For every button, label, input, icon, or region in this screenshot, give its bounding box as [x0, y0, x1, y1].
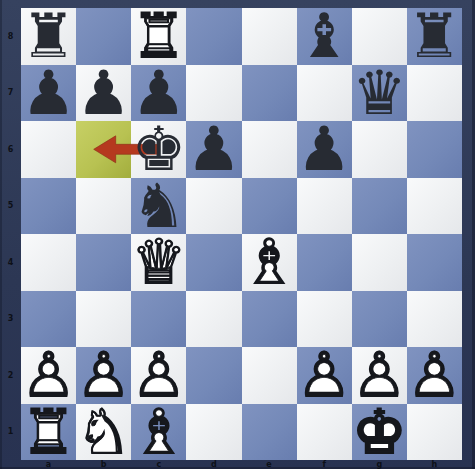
- square-f8[interactable]: ♝: [297, 8, 352, 65]
- piece-solid: ♜: [407, 8, 462, 64]
- square-e2[interactable]: [242, 347, 297, 404]
- square-c1[interactable]: ♝♗: [131, 404, 186, 461]
- square-e7[interactable]: [242, 65, 297, 122]
- square-d3[interactable]: [186, 291, 241, 348]
- square-b1[interactable]: ♞♘: [76, 404, 131, 461]
- piece-outline: ♙: [131, 347, 186, 403]
- white-king-g1-icon[interactable]: ♚♔: [352, 404, 407, 460]
- rank-label-1: 1: [0, 404, 21, 461]
- square-g4[interactable]: [352, 234, 407, 291]
- square-d4[interactable]: [186, 234, 241, 291]
- square-b6[interactable]: [76, 121, 131, 178]
- white-pawn-c2-icon[interactable]: ♟♙: [131, 347, 186, 403]
- square-e1[interactable]: [242, 404, 297, 461]
- square-e8[interactable]: [242, 8, 297, 65]
- square-b4[interactable]: [76, 234, 131, 291]
- piece-outline: ♖: [21, 404, 76, 460]
- white-pawn-g2-icon[interactable]: ♟♙: [352, 347, 407, 403]
- black-king-c6-icon[interactable]: ♚: [131, 121, 186, 177]
- square-h1[interactable]: [407, 404, 462, 461]
- white-knight-b1-icon[interactable]: ♞♘: [76, 404, 131, 460]
- square-a6[interactable]: [21, 121, 76, 178]
- piece-outline: ♙: [297, 347, 352, 403]
- chess-board-frame: 87654321 ♜♜♖♝♜♟♟♟♛♚♟♟♞♛♕♝♗♟♙♟♙♟♙♟♙♟♙♟♙♜♖…: [0, 0, 475, 469]
- square-b5[interactable]: [76, 178, 131, 235]
- white-queen-c4-icon[interactable]: ♛♕: [131, 234, 186, 290]
- white-rook-a1-icon[interactable]: ♜♖: [21, 404, 76, 460]
- piece-solid: ♝: [297, 8, 352, 64]
- piece-outline: ♙: [352, 347, 407, 403]
- file-label-h: h: [407, 459, 462, 469]
- white-bishop-e4-icon[interactable]: ♝♗: [242, 234, 297, 290]
- square-e3[interactable]: [242, 291, 297, 348]
- white-pawn-a2-icon[interactable]: ♟♙: [21, 347, 76, 403]
- board: ♜♜♖♝♜♟♟♟♛♚♟♟♞♛♕♝♗♟♙♟♙♟♙♟♙♟♙♟♙♜♖♞♘♝♗♚♔: [21, 8, 462, 460]
- piece-outline: ♗: [131, 404, 186, 460]
- square-a7[interactable]: ♟: [21, 65, 76, 122]
- square-h4[interactable]: [407, 234, 462, 291]
- square-a4[interactable]: [21, 234, 76, 291]
- file-label-d: d: [186, 459, 241, 469]
- white-pawn-h2-icon[interactable]: ♟♙: [407, 347, 462, 403]
- white-bishop-c1-icon[interactable]: ♝♗: [131, 404, 186, 460]
- square-h5[interactable]: [407, 178, 462, 235]
- square-d5[interactable]: [186, 178, 241, 235]
- square-h2[interactable]: ♟♙: [407, 347, 462, 404]
- white-pawn-f2-icon[interactable]: ♟♙: [297, 347, 352, 403]
- square-a5[interactable]: [21, 178, 76, 235]
- piece-solid: ♟: [21, 65, 76, 121]
- square-a1[interactable]: ♜♖: [21, 404, 76, 461]
- piece-outline: ♗: [242, 234, 297, 290]
- piece-outline: ♘: [76, 404, 131, 460]
- rank-label-8: 8: [0, 8, 21, 65]
- square-d6[interactable]: ♟: [186, 121, 241, 178]
- piece-outline: ♙: [21, 347, 76, 403]
- rank-label-7: 7: [0, 65, 21, 122]
- square-h8[interactable]: ♜: [407, 8, 462, 65]
- piece-solid: ♟: [297, 121, 352, 177]
- piece-solid: ♟: [76, 65, 131, 121]
- square-f5[interactable]: [297, 178, 352, 235]
- file-label-e: e: [242, 459, 297, 469]
- square-f1[interactable]: [297, 404, 352, 461]
- white-pawn-b2-icon[interactable]: ♟♙: [76, 347, 131, 403]
- square-d2[interactable]: [186, 347, 241, 404]
- square-d8[interactable]: [186, 8, 241, 65]
- square-b7[interactable]: ♟: [76, 65, 131, 122]
- rank-label-3: 3: [0, 291, 21, 348]
- square-c4[interactable]: ♛♕: [131, 234, 186, 291]
- piece-outline: ♔: [352, 404, 407, 460]
- square-g1[interactable]: ♚♔: [352, 404, 407, 461]
- square-g7[interactable]: ♛: [352, 65, 407, 122]
- square-h6[interactable]: [407, 121, 462, 178]
- white-rook-c8-icon[interactable]: ♜♖: [131, 8, 186, 64]
- piece-outline: ♖: [131, 8, 186, 64]
- black-queen-g7-icon[interactable]: ♛: [352, 65, 407, 121]
- square-h7[interactable]: [407, 65, 462, 122]
- black-pawn-d6-icon[interactable]: ♟: [187, 121, 242, 177]
- file-label-f: f: [297, 459, 352, 469]
- black-rook-h8-icon[interactable]: ♜: [407, 8, 462, 64]
- piece-outline: ♙: [407, 347, 462, 403]
- black-pawn-a7-icon[interactable]: ♟: [21, 65, 76, 121]
- rank-label-4: 4: [0, 234, 21, 291]
- black-rook-a8-icon[interactable]: ♜: [21, 8, 76, 64]
- piece-outline: ♕: [131, 234, 186, 290]
- piece-solid: ♛: [352, 65, 407, 121]
- square-e6[interactable]: [242, 121, 297, 178]
- piece-solid: ♟: [187, 121, 242, 177]
- square-g5[interactable]: [352, 178, 407, 235]
- rank-label-6: 6: [0, 121, 21, 178]
- piece-solid: ♜: [21, 8, 76, 64]
- piece-solid: ♚: [131, 121, 186, 177]
- square-d1[interactable]: [186, 404, 241, 461]
- rank-label-2: 2: [0, 347, 21, 404]
- square-f2[interactable]: ♟♙: [297, 347, 352, 404]
- piece-outline: ♙: [76, 347, 131, 403]
- square-f6[interactable]: ♟: [297, 121, 352, 178]
- rank-label-5: 5: [0, 178, 21, 235]
- square-f4[interactable]: [297, 234, 352, 291]
- rank-labels: 87654321: [0, 8, 21, 460]
- square-g6[interactable]: [352, 121, 407, 178]
- black-bishop-f8-icon[interactable]: ♝: [297, 8, 352, 64]
- black-pawn-b7-icon[interactable]: ♟: [76, 65, 131, 121]
- black-pawn-f6-icon[interactable]: ♟: [297, 121, 352, 177]
- square-e4[interactable]: ♝♗: [242, 234, 297, 291]
